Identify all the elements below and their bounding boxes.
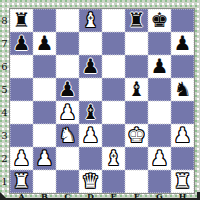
piece-black-bishop[interactable]: ♝ xyxy=(82,101,100,124)
rank-label-2: 2 xyxy=(0,147,9,170)
square-h1[interactable]: ♜ xyxy=(171,170,194,193)
square-g7[interactable] xyxy=(148,32,171,55)
piece-white-king[interactable]: ♚ xyxy=(128,124,146,147)
square-g3[interactable] xyxy=(148,124,171,147)
square-e3[interactable] xyxy=(102,124,125,147)
square-g8[interactable]: ♚ xyxy=(148,9,171,32)
square-c8[interactable] xyxy=(56,9,79,32)
rank-label-8: 8 xyxy=(0,9,9,32)
square-c5[interactable]: ♟ xyxy=(56,78,79,101)
square-f8[interactable]: ♜ xyxy=(125,9,148,32)
square-b3[interactable] xyxy=(33,124,56,147)
square-f6[interactable] xyxy=(125,55,148,78)
piece-black-pawn[interactable]: ♟ xyxy=(36,32,54,55)
square-e5[interactable] xyxy=(102,78,125,101)
square-c1[interactable] xyxy=(56,170,79,193)
square-e4[interactable] xyxy=(102,101,125,124)
square-d3[interactable]: ♟ xyxy=(79,124,102,147)
frame-bottom-shadow xyxy=(0,198,200,200)
piece-white-pawn[interactable]: ♟ xyxy=(13,147,31,170)
square-c4[interactable]: ♟ xyxy=(56,101,79,124)
square-d7[interactable] xyxy=(79,32,102,55)
piece-black-pawn[interactable]: ♟ xyxy=(151,55,169,78)
square-h8[interactable] xyxy=(171,9,194,32)
square-g5[interactable] xyxy=(148,78,171,101)
square-a5[interactable] xyxy=(10,78,33,101)
square-g4[interactable] xyxy=(148,101,171,124)
square-a1[interactable]: ♜ xyxy=(10,170,33,193)
piece-white-bishop[interactable]: ♝ xyxy=(82,9,100,32)
piece-white-pawn[interactable]: ♟ xyxy=(59,101,77,124)
square-d5[interactable] xyxy=(79,78,102,101)
square-a3[interactable] xyxy=(10,124,33,147)
square-a8[interactable]: ♜ xyxy=(10,9,33,32)
square-c3[interactable]: ♞ xyxy=(56,124,79,147)
piece-black-rook[interactable]: ♜ xyxy=(13,9,31,32)
chess-app-window: ♜♝♜♚♟♟♟♟♟♟♝♞♟♝♞♟♚♟♟♟♝♟♜♛♜ 87654321 ABCDE… xyxy=(0,0,200,200)
piece-white-pawn[interactable]: ♟ xyxy=(36,147,54,170)
square-d4[interactable]: ♝ xyxy=(79,101,102,124)
piece-black-pawn[interactable]: ♟ xyxy=(13,32,31,55)
piece-white-knight[interactable]: ♞ xyxy=(59,124,77,147)
rank-label-3: 3 xyxy=(0,124,9,147)
piece-black-rook[interactable]: ♜ xyxy=(128,9,146,32)
square-g1[interactable] xyxy=(148,170,171,193)
piece-black-knight[interactable]: ♞ xyxy=(174,78,192,101)
piece-black-bishop[interactable]: ♝ xyxy=(128,78,146,101)
piece-black-king[interactable]: ♚ xyxy=(151,9,169,32)
square-e1[interactable] xyxy=(102,170,125,193)
piece-white-queen[interactable]: ♛ xyxy=(82,170,100,193)
rank-label-4: 4 xyxy=(0,101,9,124)
piece-white-pawn[interactable]: ♟ xyxy=(174,124,192,147)
square-e6[interactable] xyxy=(102,55,125,78)
square-a2[interactable]: ♟ xyxy=(10,147,33,170)
square-g2[interactable]: ♟ xyxy=(148,147,171,170)
square-c6[interactable] xyxy=(56,55,79,78)
frame-corner-shadow-right xyxy=(197,192,200,200)
square-h3[interactable]: ♟ xyxy=(171,124,194,147)
square-a4[interactable] xyxy=(10,101,33,124)
rank-label-5: 5 xyxy=(0,78,9,101)
piece-white-rook[interactable]: ♜ xyxy=(174,170,192,193)
square-d1[interactable]: ♛ xyxy=(79,170,102,193)
rank-label-7: 7 xyxy=(0,32,9,55)
piece-white-bishop[interactable]: ♝ xyxy=(105,147,123,170)
square-c7[interactable] xyxy=(56,32,79,55)
square-f3[interactable]: ♚ xyxy=(125,124,148,147)
square-h5[interactable]: ♞ xyxy=(171,78,194,101)
square-b7[interactable]: ♟ xyxy=(33,32,56,55)
square-g6[interactable]: ♟ xyxy=(148,55,171,78)
square-d6[interactable]: ♟ xyxy=(79,55,102,78)
frame-corner-shadow-left xyxy=(0,192,8,200)
piece-black-pawn[interactable]: ♟ xyxy=(174,32,192,55)
chess-board: ♜♝♜♚♟♟♟♟♟♟♝♞♟♝♞♟♚♟♟♟♝♟♜♛♜ xyxy=(10,9,194,193)
square-h6[interactable] xyxy=(171,55,194,78)
square-h4[interactable] xyxy=(171,101,194,124)
square-c2[interactable] xyxy=(56,147,79,170)
square-b8[interactable] xyxy=(33,9,56,32)
square-b6[interactable] xyxy=(33,55,56,78)
square-f4[interactable] xyxy=(125,101,148,124)
square-a7[interactable]: ♟ xyxy=(10,32,33,55)
piece-white-rook[interactable]: ♜ xyxy=(13,170,31,193)
square-e8[interactable] xyxy=(102,9,125,32)
square-f5[interactable]: ♝ xyxy=(125,78,148,101)
rank-label-1: 1 xyxy=(0,170,9,193)
square-f1[interactable] xyxy=(125,170,148,193)
square-d8[interactable]: ♝ xyxy=(79,9,102,32)
square-b5[interactable] xyxy=(33,78,56,101)
square-e7[interactable] xyxy=(102,32,125,55)
square-b4[interactable] xyxy=(33,101,56,124)
square-f7[interactable] xyxy=(125,32,148,55)
square-a6[interactable] xyxy=(10,55,33,78)
square-h7[interactable]: ♟ xyxy=(171,32,194,55)
square-e2[interactable]: ♝ xyxy=(102,147,125,170)
square-f2[interactable] xyxy=(125,147,148,170)
square-b2[interactable]: ♟ xyxy=(33,147,56,170)
piece-black-pawn[interactable]: ♟ xyxy=(59,78,77,101)
square-h2[interactable] xyxy=(171,147,194,170)
piece-white-pawn[interactable]: ♟ xyxy=(82,124,100,147)
piece-black-pawn[interactable]: ♟ xyxy=(82,55,100,78)
square-b1[interactable] xyxy=(33,170,56,193)
rank-label-6: 6 xyxy=(0,55,9,78)
square-d2[interactable] xyxy=(79,147,102,170)
piece-white-pawn[interactable]: ♟ xyxy=(151,147,169,170)
